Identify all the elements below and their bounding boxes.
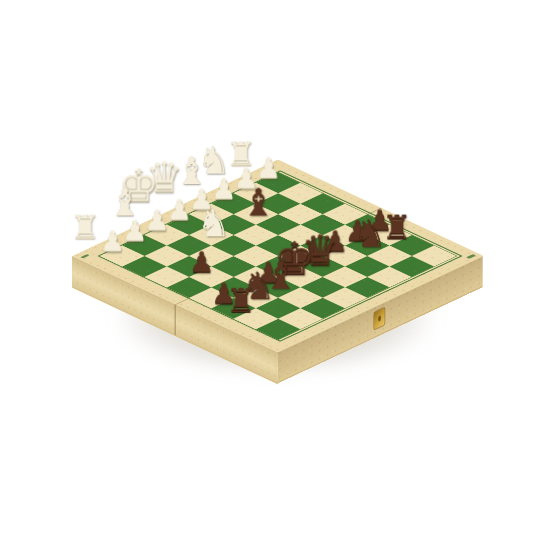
square-b8[interactable]: ♞ [389,256,434,277]
brand-mark-icon [80,254,90,258]
black-knight-b8[interactable]: ♞ [353,215,387,253]
black-bishop-c4[interactable]: ♝ [242,183,276,221]
white-rook-h1[interactable]: ♜ [70,211,100,244]
white-pawn-a2[interactable]: ♟ [256,154,282,183]
black-rook-a8[interactable]: ♜ [382,211,412,244]
white-pawn-c2[interactable]: ♟ [211,175,237,204]
black-pawn-g5[interactable]: ♟ [189,248,215,277]
product-photo-chess-box: ♜♞♛♚♝♞♜♟♟♟♟♟♟♟♟♝♞♟♟♟♟♟♟♟♟♜♞♝♛♚♝♜ [0,0,560,560]
white-pawn-f2[interactable]: ♟ [144,206,170,235]
white-pawn-e2[interactable]: ♟ [167,196,193,225]
white-knight-e4[interactable]: ♞ [197,204,231,242]
white-pawn-g2[interactable]: ♟ [122,217,148,246]
white-pawn-h2[interactable]: ♟ [100,227,126,256]
brass-clasp [373,307,385,331]
black-rook-h8[interactable]: ♜ [226,284,256,317]
fold-seam-side [175,304,176,335]
